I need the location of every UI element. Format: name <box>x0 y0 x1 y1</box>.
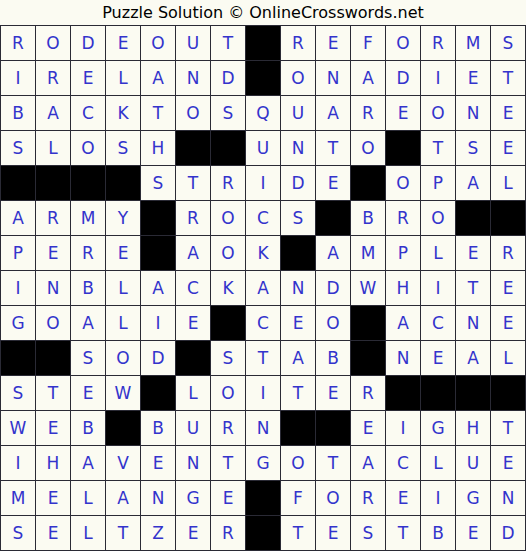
letter-cell: G <box>1 306 35 340</box>
letter-cell: P <box>386 236 420 270</box>
letter-cell: W <box>106 376 140 410</box>
black-cell <box>421 376 455 410</box>
letter-cell: R <box>211 516 245 550</box>
letter-cell: A <box>316 96 350 130</box>
letter-cell: M <box>351 236 385 270</box>
black-cell <box>106 411 140 445</box>
letter-cell: T <box>281 376 315 410</box>
black-cell <box>491 376 525 410</box>
letter-cell: T <box>421 131 455 165</box>
black-cell <box>491 201 525 235</box>
letter-cell: E <box>316 26 350 60</box>
letter-cell: A <box>1 201 35 235</box>
letter-cell: N <box>491 481 525 515</box>
letter-cell: R <box>176 201 210 235</box>
letter-cell: S <box>211 96 245 130</box>
letter-cell: N <box>456 96 490 130</box>
letter-cell: R <box>211 166 245 200</box>
black-cell <box>246 516 280 550</box>
black-cell <box>71 166 105 200</box>
letter-cell: R <box>36 61 70 95</box>
letter-cell: P <box>421 166 455 200</box>
letter-cell: O <box>281 61 315 95</box>
letter-cell: A <box>386 306 420 340</box>
letter-cell: E <box>141 446 175 480</box>
black-cell <box>246 61 280 95</box>
letter-cell: E <box>491 306 525 340</box>
letter-cell: E <box>456 61 490 95</box>
letter-cell: A <box>141 271 175 305</box>
letter-cell: S <box>1 376 35 410</box>
letter-cell: N <box>456 306 490 340</box>
letter-cell: B <box>421 516 455 550</box>
letter-cell: N <box>246 411 280 445</box>
black-cell <box>176 131 210 165</box>
letter-cell: L <box>71 516 105 550</box>
letter-cell: T <box>106 516 140 550</box>
letter-cell: E <box>211 481 245 515</box>
letter-cell: E <box>176 306 210 340</box>
letter-cell: K <box>246 236 280 270</box>
letter-cell: O <box>36 26 70 60</box>
letter-cell: T <box>456 271 490 305</box>
letter-cell: E <box>106 26 140 60</box>
letter-cell: A <box>106 481 140 515</box>
letter-cell: B <box>316 341 350 375</box>
letter-cell: D <box>491 516 525 550</box>
letter-cell: T <box>246 341 280 375</box>
letter-cell: E <box>386 96 420 130</box>
letter-cell: C <box>246 306 280 340</box>
letter-cell: I <box>1 61 35 95</box>
letter-cell: O <box>141 26 175 60</box>
letter-cell: T <box>316 131 350 165</box>
letter-cell: W <box>351 271 385 305</box>
letter-cell: L <box>106 306 140 340</box>
letter-cell: O <box>421 201 455 235</box>
letter-cell: E <box>316 166 350 200</box>
letter-cell: T <box>281 516 315 550</box>
letter-cell: D <box>141 341 175 375</box>
letter-cell: U <box>246 131 280 165</box>
letter-cell: K <box>211 271 245 305</box>
letter-cell: T <box>211 26 245 60</box>
letter-cell: N <box>141 481 175 515</box>
letter-cell: O <box>211 201 245 235</box>
letter-cell: Y <box>106 201 140 235</box>
black-cell <box>386 131 420 165</box>
letter-cell: I <box>246 376 280 410</box>
letter-cell: T <box>36 376 70 410</box>
letter-cell: O <box>421 96 455 130</box>
letter-cell: D <box>71 26 105 60</box>
letter-cell: E <box>456 236 490 270</box>
black-cell <box>36 166 70 200</box>
letter-cell: E <box>106 236 140 270</box>
letter-cell: B <box>351 201 385 235</box>
letter-cell: D <box>316 271 350 305</box>
letter-cell: B <box>71 411 105 445</box>
letter-cell: C <box>386 446 420 480</box>
letter-cell: I <box>246 166 280 200</box>
letter-cell: E <box>316 376 350 410</box>
letter-cell: N <box>281 271 315 305</box>
letter-cell: C <box>421 306 455 340</box>
letter-cell: F <box>281 481 315 515</box>
letter-cell: Z <box>141 516 175 550</box>
letter-cell: E <box>71 376 105 410</box>
letter-cell: S <box>491 26 525 60</box>
black-cell <box>176 341 210 375</box>
letter-cell: S <box>71 341 105 375</box>
letter-cell: E <box>491 131 525 165</box>
letter-cell: R <box>351 481 385 515</box>
letter-cell: L <box>36 131 70 165</box>
letter-cell: H <box>141 131 175 165</box>
letter-cell: O <box>36 306 70 340</box>
letter-cell: O <box>211 236 245 270</box>
letter-cell: I <box>1 446 35 480</box>
letter-cell: R <box>71 236 105 270</box>
black-cell <box>316 201 350 235</box>
letter-cell: A <box>246 271 280 305</box>
letter-cell: W <box>1 411 35 445</box>
letter-cell: A <box>351 61 385 95</box>
letter-cell: A <box>456 341 490 375</box>
letter-cell: E <box>281 306 315 340</box>
letter-cell: L <box>176 376 210 410</box>
letter-cell: N <box>176 446 210 480</box>
letter-cell: B <box>141 411 175 445</box>
letter-cell: M <box>71 201 105 235</box>
black-cell <box>386 376 420 410</box>
black-cell <box>141 376 175 410</box>
letter-cell: L <box>421 446 455 480</box>
black-cell <box>1 341 35 375</box>
letter-cell: M <box>456 26 490 60</box>
black-cell <box>456 376 490 410</box>
letter-cell: I <box>141 306 175 340</box>
letter-cell: A <box>71 446 105 480</box>
black-cell <box>141 236 175 270</box>
page-title: Puzzle Solution © OnlineCrosswords.net <box>0 0 526 25</box>
letter-cell: U <box>176 411 210 445</box>
black-cell <box>281 236 315 270</box>
black-cell <box>1 166 35 200</box>
letter-cell: O <box>386 166 420 200</box>
letter-cell: R <box>281 26 315 60</box>
letter-cell: O <box>351 131 385 165</box>
letter-cell: T <box>176 166 210 200</box>
letter-cell: T <box>491 61 525 95</box>
black-cell <box>351 341 385 375</box>
letter-cell: P <box>1 236 35 270</box>
letter-cell: A <box>316 236 350 270</box>
letter-cell: E <box>491 271 525 305</box>
letter-cell: K <box>106 96 140 130</box>
letter-cell: A <box>351 446 385 480</box>
letter-cell: C <box>176 271 210 305</box>
letter-cell: E <box>456 516 490 550</box>
letter-cell: E <box>491 446 525 480</box>
letter-cell: R <box>421 26 455 60</box>
letter-cell: A <box>36 96 70 130</box>
black-cell <box>456 201 490 235</box>
letter-cell: U <box>281 96 315 130</box>
letter-cell: H <box>456 411 490 445</box>
letter-cell: T <box>211 446 245 480</box>
letter-cell: L <box>106 61 140 95</box>
letter-cell: E <box>421 341 455 375</box>
letter-cell: C <box>246 201 280 235</box>
letter-cell: O <box>176 96 210 130</box>
letter-cell: L <box>106 271 140 305</box>
letter-cell: D <box>211 61 245 95</box>
letter-cell: T <box>141 96 175 130</box>
letter-cell: L <box>71 481 105 515</box>
letter-cell: T <box>316 446 350 480</box>
letter-cell: O <box>316 481 350 515</box>
letter-cell: G <box>456 481 490 515</box>
letter-cell: L <box>421 236 455 270</box>
black-cell <box>141 201 175 235</box>
letter-cell: V <box>106 446 140 480</box>
black-cell <box>281 411 315 445</box>
letter-cell: S <box>456 131 490 165</box>
letter-cell: E <box>351 411 385 445</box>
letter-cell: H <box>36 446 70 480</box>
letter-cell: S <box>211 341 245 375</box>
letter-cell: N <box>176 61 210 95</box>
letter-cell: R <box>351 376 385 410</box>
letter-cell: I <box>386 411 420 445</box>
letter-cell: S <box>1 516 35 550</box>
letter-cell: N <box>316 61 350 95</box>
letter-cell: E <box>71 61 105 95</box>
black-cell <box>351 306 385 340</box>
letter-cell: R <box>1 26 35 60</box>
letter-cell: A <box>71 306 105 340</box>
crossword-grid: RODEOUTREFORMSIRELANDONADIETBACKTOSQUARE… <box>0 25 526 551</box>
black-cell <box>246 481 280 515</box>
letter-cell: G <box>421 411 455 445</box>
letter-cell: I <box>1 271 35 305</box>
letter-cell: L <box>491 341 525 375</box>
letter-cell: O <box>316 306 350 340</box>
letter-cell: O <box>106 341 140 375</box>
letter-cell: S <box>281 201 315 235</box>
letter-cell: R <box>351 96 385 130</box>
letter-cell: I <box>421 271 455 305</box>
letter-cell: F <box>351 26 385 60</box>
letter-cell: E <box>316 516 350 550</box>
letter-cell: T <box>491 411 525 445</box>
letter-cell: N <box>36 271 70 305</box>
letter-cell: D <box>281 166 315 200</box>
letter-cell: I <box>421 481 455 515</box>
letter-cell: T <box>386 516 420 550</box>
letter-cell: E <box>36 481 70 515</box>
letter-cell: M <box>1 481 35 515</box>
black-cell <box>106 166 140 200</box>
letter-cell: G <box>246 446 280 480</box>
letter-cell: R <box>211 411 245 445</box>
letter-cell: Q <box>246 96 280 130</box>
letter-cell: O <box>386 26 420 60</box>
black-cell <box>351 166 385 200</box>
letter-cell: O <box>211 376 245 410</box>
letter-cell: B <box>1 96 35 130</box>
letter-cell: A <box>176 236 210 270</box>
letter-cell: I <box>421 61 455 95</box>
letter-cell: H <box>386 271 420 305</box>
letter-cell: U <box>176 26 210 60</box>
letter-cell: R <box>386 201 420 235</box>
letter-cell: A <box>281 341 315 375</box>
letter-cell: S <box>141 166 175 200</box>
letter-cell: A <box>141 61 175 95</box>
letter-cell: D <box>386 61 420 95</box>
puzzle-solution-page: Puzzle Solution © OnlineCrosswords.net R… <box>0 0 526 551</box>
black-cell <box>36 341 70 375</box>
letter-cell: A <box>456 166 490 200</box>
letter-cell: R <box>36 201 70 235</box>
letter-cell: E <box>386 481 420 515</box>
letter-cell: S <box>106 131 140 165</box>
letter-cell: N <box>281 131 315 165</box>
letter-cell: O <box>71 131 105 165</box>
letter-cell: S <box>1 131 35 165</box>
black-cell <box>316 411 350 445</box>
letter-cell: B <box>71 271 105 305</box>
black-cell <box>211 306 245 340</box>
letter-cell: O <box>281 446 315 480</box>
letter-cell: L <box>491 166 525 200</box>
letter-cell: R <box>491 236 525 270</box>
letter-cell: C <box>71 96 105 130</box>
black-cell <box>211 131 245 165</box>
letter-cell: E <box>491 96 525 130</box>
letter-cell: G <box>176 481 210 515</box>
letter-cell: E <box>36 516 70 550</box>
black-cell <box>246 26 280 60</box>
letter-cell: S <box>351 516 385 550</box>
letter-cell: E <box>36 411 70 445</box>
letter-cell: U <box>456 446 490 480</box>
letter-cell: E <box>176 516 210 550</box>
letter-cell: N <box>386 341 420 375</box>
letter-cell: E <box>36 236 70 270</box>
